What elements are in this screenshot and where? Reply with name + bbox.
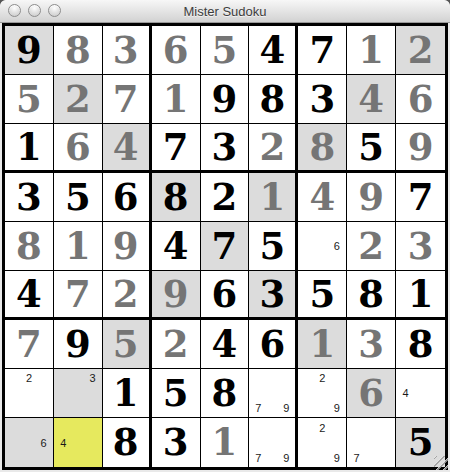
pencil-marks: 2 (7, 371, 51, 415)
entered-digit: 4 (113, 128, 139, 166)
cell-r9c4[interactable]: 3 (152, 418, 201, 467)
cell-r9c7[interactable]: 29 (298, 418, 347, 467)
given-digit: 4 (16, 275, 42, 313)
cell-r7c1[interactable]: 7 (5, 320, 54, 369)
cell-r2c1[interactable]: 5 (5, 75, 54, 124)
cell-r6c7[interactable]: 5 (298, 271, 347, 320)
cell-r6c4[interactable]: 9 (152, 271, 201, 320)
cell-r5c5[interactable]: 7 (201, 222, 250, 271)
entered-digit: 7 (16, 325, 42, 363)
given-digit: 4 (212, 325, 238, 363)
entered-digit: 1 (358, 31, 384, 69)
traffic-lights (8, 4, 61, 17)
pencil-mark-6: 6 (36, 435, 51, 450)
given-digit: 8 (358, 275, 384, 313)
cell-r3c5[interactable]: 3 (201, 124, 250, 173)
pencil-mark-2: 2 (315, 371, 330, 386)
minimize-button[interactable] (28, 4, 41, 17)
given-digit: 3 (163, 424, 189, 462)
entered-digit: 7 (65, 275, 91, 313)
entered-digit: 5 (113, 325, 139, 363)
cell-r3c8[interactable]: 5 (347, 124, 396, 173)
given-digit: 3 (16, 178, 42, 216)
pencil-mark-7: 7 (251, 400, 265, 415)
cell-r1c9[interactable]: 2 (396, 26, 445, 75)
entered-digit: 7 (113, 80, 139, 118)
window-title: Mister Sudoku (183, 4, 266, 19)
pencil-mark-9: 9 (279, 450, 293, 465)
cell-r7c6[interactable]: 6 (249, 320, 298, 369)
cell-r1c5[interactable]: 5 (201, 26, 250, 75)
entered-digit: 6 (65, 128, 91, 166)
cell-r1c7[interactable]: 7 (298, 26, 347, 75)
cell-r9c1[interactable]: 6 (5, 418, 54, 467)
cell-r7c2[interactable]: 9 (54, 320, 103, 369)
entered-digit: 3 (358, 325, 384, 363)
entered-digit: 8 (65, 31, 91, 69)
given-digit: 3 (260, 275, 286, 313)
entered-digit: 4 (309, 178, 335, 216)
pencil-mark-7: 7 (349, 450, 364, 465)
cell-r3c3[interactable]: 4 (103, 124, 152, 173)
pencil-mark-2: 2 (22, 371, 37, 386)
entered-digit: 2 (260, 128, 286, 166)
cell-r6c6[interactable]: 3 (249, 271, 298, 320)
entered-digit: 6 (358, 374, 384, 412)
cell-r4c4[interactable]: 8 (152, 173, 201, 222)
given-digit: 5 (358, 128, 384, 166)
given-digit: 5 (309, 275, 335, 313)
given-digit: 1 (16, 128, 42, 166)
given-digit: 5 (408, 424, 434, 462)
entered-digit: 2 (358, 227, 384, 265)
entered-digit: 3 (113, 31, 139, 69)
given-digit: 8 (212, 374, 238, 412)
pencil-marks: 3 (56, 371, 100, 415)
pencil-mark-9: 9 (330, 450, 345, 465)
cell-r4c3[interactable]: 6 (103, 173, 152, 222)
cell-r2c3[interactable]: 7 (103, 75, 152, 124)
cell-r7c3[interactable]: 5 (103, 320, 152, 369)
cell-r2c7[interactable]: 3 (298, 75, 347, 124)
cell-r1c3[interactable]: 3 (103, 26, 152, 75)
pencil-marks: 79 (251, 420, 293, 465)
entered-digit: 9 (408, 128, 434, 166)
cell-r1c6[interactable]: 4 (249, 26, 298, 75)
given-digit: 1 (113, 374, 139, 412)
cell-r6c8[interactable]: 8 (347, 271, 396, 320)
pencil-marks: 7 (349, 420, 393, 465)
cell-r1c8[interactable]: 1 (347, 26, 396, 75)
entered-digit: 8 (309, 128, 335, 166)
given-digit: 3 (212, 128, 238, 166)
cell-r4c9[interactable]: 7 (396, 173, 445, 222)
entered-digit: 4 (358, 80, 384, 118)
given-digit: 3 (309, 80, 335, 118)
pencil-mark-4: 4 (398, 386, 413, 401)
given-digit: 6 (212, 275, 238, 313)
cell-r2c4[interactable]: 1 (152, 75, 201, 124)
cell-r7c7[interactable]: 1 (298, 320, 347, 369)
entered-digit: 1 (309, 325, 335, 363)
app-window: Mister Sudoku 98365471252719834616473285… (0, 0, 450, 472)
given-digit: 6 (260, 325, 286, 363)
pencil-marks: 29 (300, 420, 344, 465)
cell-r7c4[interactable]: 2 (152, 320, 201, 369)
cell-r4c7[interactable]: 4 (298, 173, 347, 222)
cell-r4c6[interactable]: 1 (249, 173, 298, 222)
cell-r8c3[interactable]: 1 (103, 369, 152, 418)
pencil-mark-2: 2 (315, 420, 330, 435)
cell-r9c6[interactable]: 79 (249, 418, 298, 467)
entered-digit: 9 (113, 227, 139, 265)
pencil-mark-3: 3 (85, 371, 100, 386)
pencil-marks: 4 (398, 371, 443, 415)
cell-r4c8[interactable]: 9 (347, 173, 396, 222)
cell-r9c2[interactable]: 4 (54, 418, 103, 467)
given-digit: 9 (65, 325, 91, 363)
entered-digit: 2 (408, 31, 434, 69)
cell-r8c6[interactable]: 79 (249, 369, 298, 418)
cell-r8c7[interactable]: 29 (298, 369, 347, 418)
sudoku-board: 9836547125271983461647328593568214978194… (2, 23, 448, 470)
cell-r3c6[interactable]: 2 (249, 124, 298, 173)
cell-r5c7[interactable]: 6 (298, 222, 347, 271)
cell-r2c8[interactable]: 4 (347, 75, 396, 124)
cell-r2c5[interactable]: 9 (201, 75, 250, 124)
cell-r3c7[interactable]: 8 (298, 124, 347, 173)
cell-r9c5[interactable]: 1 (201, 418, 250, 467)
cell-r6c5[interactable]: 6 (201, 271, 250, 320)
entered-digit: 9 (163, 275, 189, 313)
cell-r8c5[interactable]: 8 (201, 369, 250, 418)
cell-r5c4[interactable]: 4 (152, 222, 201, 271)
entered-digit: 1 (163, 80, 189, 118)
cell-r2c6[interactable]: 8 (249, 75, 298, 124)
pencil-mark-7: 7 (251, 450, 265, 465)
cell-r5c8[interactable]: 2 (347, 222, 396, 271)
entered-digit: 9 (358, 178, 384, 216)
pencil-marks: 4 (56, 420, 100, 465)
cell-r5c2[interactable]: 1 (54, 222, 103, 271)
cell-r6c1[interactable]: 4 (5, 271, 54, 320)
cell-r5c6[interactable]: 5 (249, 222, 298, 271)
given-digit: 5 (163, 374, 189, 412)
cell-r7c9[interactable]: 8 (396, 320, 445, 369)
pencil-marks: 6 (300, 224, 344, 268)
resize-grip[interactable] (434, 456, 448, 470)
given-digit: 9 (16, 31, 42, 69)
given-digit: 7 (309, 31, 335, 69)
pencil-mark-4: 4 (56, 435, 71, 450)
entered-digit: 3 (408, 227, 434, 265)
cell-r7c8[interactable]: 3 (347, 320, 396, 369)
cell-r9c3[interactable]: 8 (103, 418, 152, 467)
entered-digit: 5 (16, 80, 42, 118)
cell-r5c1[interactable]: 8 (5, 222, 54, 271)
entered-digit: 1 (65, 227, 91, 265)
cell-r3c1[interactable]: 1 (5, 124, 54, 173)
cell-r4c1[interactable]: 3 (5, 173, 54, 222)
cell-r5c3[interactable]: 9 (103, 222, 152, 271)
entered-digit: 2 (163, 325, 189, 363)
close-button[interactable] (8, 4, 21, 17)
given-digit: 7 (408, 178, 434, 216)
entered-digit: 5 (212, 31, 238, 69)
cell-r2c9[interactable]: 6 (396, 75, 445, 124)
pencil-mark-9: 9 (330, 400, 345, 415)
entered-digit: 8 (16, 227, 42, 265)
cell-r4c2[interactable]: 5 (54, 173, 103, 222)
entered-digit: 2 (65, 80, 91, 118)
title-bar[interactable]: Mister Sudoku (0, 0, 450, 23)
cell-r1c1[interactable]: 9 (5, 26, 54, 75)
cell-r3c2[interactable]: 6 (54, 124, 103, 173)
entered-digit: 1 (260, 178, 286, 216)
cell-r6c9[interactable]: 1 (396, 271, 445, 320)
pencil-marks: 6 (7, 420, 51, 465)
cell-r3c9[interactable]: 9 (396, 124, 445, 173)
given-digit: 9 (212, 80, 238, 118)
cell-r8c2[interactable]: 3 (54, 369, 103, 418)
entered-digit: 6 (163, 31, 189, 69)
cell-r9c8[interactable]: 7 (347, 418, 396, 467)
given-digit: 2 (212, 178, 238, 216)
cell-r6c2[interactable]: 7 (54, 271, 103, 320)
given-digit: 5 (65, 178, 91, 216)
cell-r1c2[interactable]: 8 (54, 26, 103, 75)
pencil-marks: 79 (251, 371, 293, 415)
given-digit: 5 (260, 227, 286, 265)
given-digit: 7 (212, 227, 238, 265)
cell-r1c4[interactable]: 6 (152, 26, 201, 75)
entered-digit: 1 (212, 424, 238, 462)
cell-r5c9[interactable]: 3 (396, 222, 445, 271)
given-digit: 6 (113, 178, 139, 216)
pencil-mark-6: 6 (330, 239, 345, 254)
given-digit: 4 (260, 31, 286, 69)
given-digit: 8 (163, 178, 189, 216)
given-digit: 8 (260, 80, 286, 118)
cell-r8c1[interactable]: 2 (5, 369, 54, 418)
entered-digit: 6 (408, 80, 434, 118)
given-digit: 8 (408, 325, 434, 363)
cell-r2c2[interactable]: 2 (54, 75, 103, 124)
cell-r3c4[interactable]: 7 (152, 124, 201, 173)
zoom-button[interactable] (48, 4, 61, 17)
given-digit: 4 (163, 227, 189, 265)
given-digit: 1 (408, 275, 434, 313)
cell-r8c8[interactable]: 6 (347, 369, 396, 418)
given-digit: 7 (163, 128, 189, 166)
cell-r7c5[interactable]: 4 (201, 320, 250, 369)
cell-r8c9[interactable]: 4 (396, 369, 445, 418)
pencil-marks: 29 (300, 371, 344, 415)
cell-r6c3[interactable]: 2 (103, 271, 152, 320)
given-digit: 8 (113, 424, 139, 462)
entered-digit: 2 (113, 275, 139, 313)
pencil-mark-9: 9 (279, 400, 293, 415)
cell-r8c4[interactable]: 5 (152, 369, 201, 418)
cell-r4c5[interactable]: 2 (201, 173, 250, 222)
